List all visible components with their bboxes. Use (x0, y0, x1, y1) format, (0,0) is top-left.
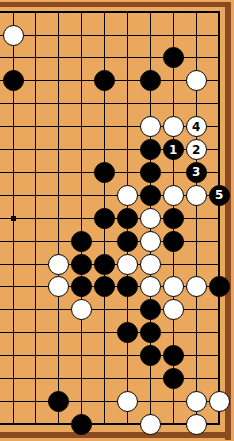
black-stone (71, 276, 92, 297)
white-stone (140, 414, 161, 435)
grid-line (0, 35, 220, 36)
white-stone (163, 185, 184, 206)
white-stone (140, 231, 161, 252)
white-stone (117, 185, 138, 206)
black-stone (71, 414, 92, 435)
black-stone (140, 345, 161, 366)
black-stone (140, 185, 161, 206)
white-stone (186, 414, 207, 435)
white-stone: 4 (186, 116, 207, 137)
white-stone (140, 116, 161, 137)
star-point (11, 216, 16, 221)
white-stone (140, 208, 161, 229)
black-stone (94, 208, 115, 229)
white-stone (3, 25, 24, 46)
grid-line (0, 378, 220, 379)
move-number: 3 (192, 166, 200, 178)
black-stone (94, 254, 115, 275)
black-stone (209, 276, 230, 297)
grid-line (81, 11, 82, 425)
white-stone (163, 299, 184, 320)
black-stone (94, 162, 115, 183)
black-stone (163, 47, 184, 68)
grid-line (58, 11, 59, 425)
black-stone (140, 162, 161, 183)
black-stone (48, 391, 69, 412)
black-stone (163, 368, 184, 389)
move-number: 5 (215, 189, 223, 201)
black-stone (140, 322, 161, 343)
white-stone (209, 391, 230, 412)
grid-line (0, 11, 220, 13)
black-stone: 5 (209, 185, 230, 206)
white-stone (71, 299, 92, 320)
black-stone (163, 208, 184, 229)
grid-line (35, 11, 36, 425)
black-stone (94, 70, 115, 91)
white-stone (186, 276, 207, 297)
white-stone (186, 70, 207, 91)
white-stone (163, 276, 184, 297)
black-stone (117, 208, 138, 229)
black-stone (117, 322, 138, 343)
black-stone (140, 139, 161, 160)
white-stone (140, 276, 161, 297)
grid-line (0, 103, 220, 104)
grid-line (0, 57, 220, 58)
black-stone (163, 345, 184, 366)
black-stone (140, 299, 161, 320)
white-stone (48, 254, 69, 275)
white-stone (186, 185, 207, 206)
black-stone (117, 276, 138, 297)
black-stone (140, 70, 161, 91)
black-stone (71, 254, 92, 275)
black-stone (117, 231, 138, 252)
right-edge-band (225, 2, 231, 440)
white-stone: 2 (186, 139, 207, 160)
grid-line (0, 332, 220, 333)
top-edge-band (0, 2, 231, 7)
grid-line (0, 309, 220, 310)
grid-line (0, 355, 220, 356)
black-stone (71, 231, 92, 252)
move-number: 2 (192, 144, 200, 156)
white-stone (140, 254, 161, 275)
black-stone (94, 276, 115, 297)
black-stone: 3 (186, 162, 207, 183)
go-board-diagram: 41235 (0, 0, 234, 441)
white-stone (48, 276, 69, 297)
move-number: 1 (169, 144, 177, 156)
black-stone (163, 231, 184, 252)
move-number: 4 (192, 121, 200, 133)
grid-line (0, 241, 220, 242)
white-stone (186, 391, 207, 412)
white-stone (117, 391, 138, 412)
black-stone (3, 70, 24, 91)
grid-line (218, 11, 220, 425)
white-stone (163, 116, 184, 137)
white-stone (117, 254, 138, 275)
black-stone: 1 (163, 139, 184, 160)
